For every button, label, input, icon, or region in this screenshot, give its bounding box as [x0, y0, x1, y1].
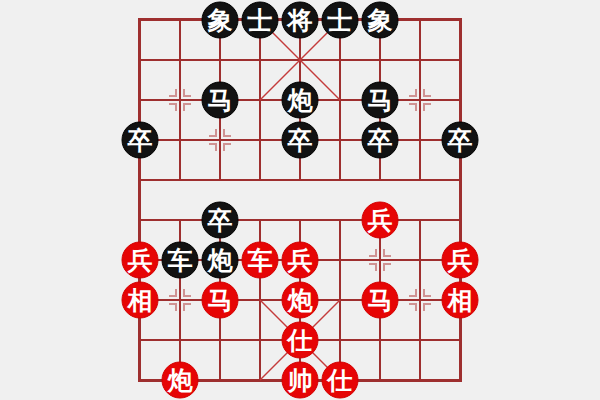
- position-marker: [223, 143, 231, 151]
- piece-red-soldier[interactable]: 兵: [282, 242, 319, 279]
- position-marker: [223, 129, 231, 137]
- piece-black-chariot[interactable]: 车: [162, 242, 199, 279]
- piece-red-advisor[interactable]: 仕: [282, 322, 319, 359]
- position-marker: [409, 289, 417, 297]
- piece-black-elephant[interactable]: 象: [202, 2, 239, 39]
- piece-black-advisor[interactable]: 士: [322, 2, 359, 39]
- position-marker: [169, 89, 177, 97]
- position-marker: [183, 289, 191, 297]
- position-marker: [169, 103, 177, 111]
- position-marker: [369, 263, 377, 271]
- piece-red-horse[interactable]: 马: [202, 282, 239, 319]
- position-marker: [169, 303, 177, 311]
- position-marker: [423, 303, 431, 311]
- piece-black-soldier[interactable]: 卒: [442, 122, 479, 159]
- position-marker: [383, 263, 391, 271]
- piece-black-soldier[interactable]: 卒: [362, 122, 399, 159]
- piece-black-horse[interactable]: 马: [362, 82, 399, 119]
- piece-black-soldier[interactable]: 卒: [202, 202, 239, 239]
- piece-red-soldier[interactable]: 兵: [362, 202, 399, 239]
- piece-black-soldier[interactable]: 卒: [282, 122, 319, 159]
- piece-red-chariot[interactable]: 车: [242, 242, 279, 279]
- xiangqi-board[interactable]: 象士将士象马炮马卒卒卒卒卒兵兵车炮车兵兵相马炮马相仕炮帅仕: [140, 20, 460, 380]
- position-marker: [369, 249, 377, 257]
- xiangqi-screenshot-root: 象士将士象马炮马卒卒卒卒卒兵兵车炮车兵兵相马炮马相仕炮帅仕: [0, 0, 600, 400]
- piece-black-horse[interactable]: 马: [202, 82, 239, 119]
- piece-red-soldier[interactable]: 兵: [442, 242, 479, 279]
- piece-black-cannon[interactable]: 炮: [202, 242, 239, 279]
- position-marker: [423, 89, 431, 97]
- piece-black-soldier[interactable]: 卒: [122, 122, 159, 159]
- position-marker: [183, 103, 191, 111]
- position-marker: [183, 89, 191, 97]
- position-marker: [209, 143, 217, 151]
- position-marker: [183, 303, 191, 311]
- position-marker: [409, 303, 417, 311]
- piece-red-soldier[interactable]: 兵: [122, 242, 159, 279]
- position-marker: [383, 249, 391, 257]
- piece-black-king[interactable]: 将: [282, 2, 319, 39]
- piece-black-cannon[interactable]: 炮: [282, 82, 319, 119]
- position-marker: [169, 289, 177, 297]
- piece-red-advisor[interactable]: 仕: [322, 362, 359, 399]
- piece-black-elephant[interactable]: 象: [362, 2, 399, 39]
- piece-black-advisor[interactable]: 士: [242, 2, 279, 39]
- piece-red-cannon[interactable]: 炮: [162, 362, 199, 399]
- position-marker: [409, 89, 417, 97]
- position-marker: [423, 289, 431, 297]
- piece-red-cannon[interactable]: 炮: [282, 282, 319, 319]
- position-marker: [209, 129, 217, 137]
- piece-red-king[interactable]: 帅: [282, 362, 319, 399]
- piece-red-elephant[interactable]: 相: [442, 282, 479, 319]
- piece-red-horse[interactable]: 马: [362, 282, 399, 319]
- position-marker: [423, 103, 431, 111]
- position-marker: [409, 103, 417, 111]
- piece-red-elephant[interactable]: 相: [122, 282, 159, 319]
